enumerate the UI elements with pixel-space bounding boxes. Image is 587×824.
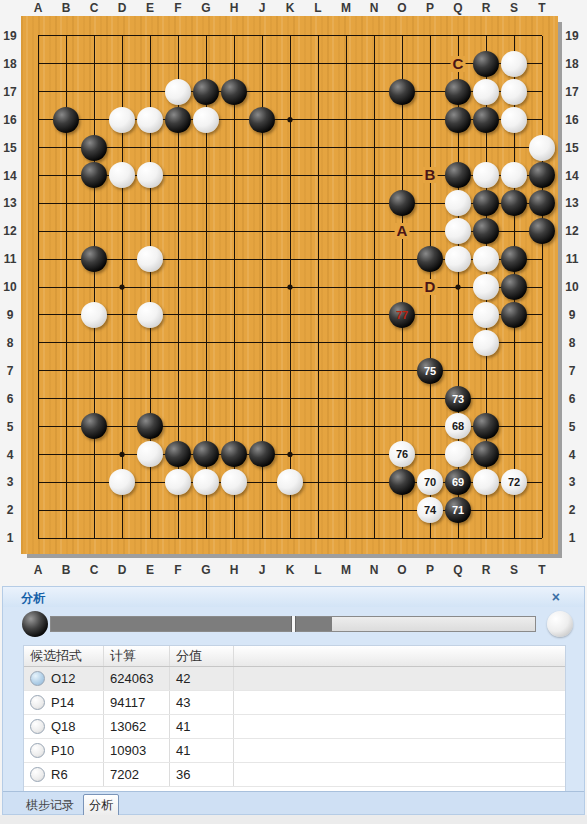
board-cell-H12[interactable]	[220, 217, 248, 245]
board-cell-R10[interactable]	[472, 273, 500, 301]
board-cell-D10[interactable]	[108, 273, 136, 301]
board-cell-O3[interactable]	[388, 468, 416, 496]
board-cell-D15[interactable]	[108, 134, 136, 162]
board-cell-S17[interactable]	[500, 78, 528, 106]
board-cell-R11[interactable]	[472, 245, 500, 273]
board-cell-Q13[interactable]	[444, 189, 472, 217]
board-cell-C3[interactable]	[80, 468, 108, 496]
board-cell-L9[interactable]	[304, 301, 332, 329]
board-cell-K13[interactable]	[276, 189, 304, 217]
board-cell-D9[interactable]	[108, 301, 136, 329]
board-cell-K18[interactable]	[276, 50, 304, 78]
board-cell-S6[interactable]	[500, 385, 528, 413]
board-cell-J15[interactable]	[248, 134, 276, 162]
board-cell-D16[interactable]	[108, 106, 136, 134]
board-cell-J11[interactable]	[248, 245, 276, 273]
board-cell-F1[interactable]	[164, 524, 192, 552]
board-cell-Q16[interactable]	[444, 106, 472, 134]
board-cell-S1[interactable]	[500, 524, 528, 552]
board-cell-S9[interactable]	[500, 301, 528, 329]
board-cell-G13[interactable]	[192, 189, 220, 217]
board-cell-C7[interactable]	[80, 357, 108, 385]
board-cell-O18[interactable]	[388, 50, 416, 78]
board-cell-M10[interactable]	[332, 273, 360, 301]
board-cell-M13[interactable]	[332, 189, 360, 217]
board-cell-S19[interactable]	[500, 22, 528, 50]
board-cell-B8[interactable]	[52, 329, 80, 357]
board-cell-C2[interactable]	[80, 496, 108, 524]
board-cell-O1[interactable]	[388, 524, 416, 552]
board-cell-G7[interactable]	[192, 357, 220, 385]
board-cell-G2[interactable]	[192, 496, 220, 524]
board-cell-A2[interactable]	[24, 496, 52, 524]
board-cell-C11[interactable]	[80, 245, 108, 273]
board-cell-R5[interactable]	[472, 412, 500, 440]
board-cell-D18[interactable]	[108, 50, 136, 78]
board-cell-H11[interactable]	[220, 245, 248, 273]
board-cell-M14[interactable]	[332, 161, 360, 189]
board-cell-G9[interactable]	[192, 301, 220, 329]
board-cell-P5[interactable]	[416, 412, 444, 440]
board-cell-F15[interactable]	[164, 134, 192, 162]
board-cell-M11[interactable]	[332, 245, 360, 273]
board-cell-G16[interactable]	[192, 106, 220, 134]
board-cell-H15[interactable]	[220, 134, 248, 162]
board-cell-B5[interactable]	[52, 412, 80, 440]
board-cell-M5[interactable]	[332, 412, 360, 440]
board-cell-N15[interactable]	[360, 134, 388, 162]
board-cell-E6[interactable]	[136, 385, 164, 413]
board-cell-N7[interactable]	[360, 357, 388, 385]
board-cell-E8[interactable]	[136, 329, 164, 357]
board-cell-T13[interactable]	[528, 189, 556, 217]
board-cell-R2[interactable]	[472, 496, 500, 524]
board-cell-Q2[interactable]: 71	[444, 496, 472, 524]
board-cell-A10[interactable]	[24, 273, 52, 301]
board-cell-M6[interactable]	[332, 385, 360, 413]
board-cell-B12[interactable]	[52, 217, 80, 245]
board-cell-A15[interactable]	[24, 134, 52, 162]
board-cell-O14[interactable]	[388, 161, 416, 189]
board-cell-S12[interactable]	[500, 217, 528, 245]
board-cell-L10[interactable]	[304, 273, 332, 301]
board-cell-E2[interactable]	[136, 496, 164, 524]
board-cell-K17[interactable]	[276, 78, 304, 106]
board-cell-J6[interactable]	[248, 385, 276, 413]
board-cell-H14[interactable]	[220, 161, 248, 189]
candidate-row-P14[interactable]: P149411743	[24, 691, 565, 715]
board-cell-G12[interactable]	[192, 217, 220, 245]
board-cell-J4[interactable]	[248, 440, 276, 468]
board-cell-M15[interactable]	[332, 134, 360, 162]
board-cell-J17[interactable]	[248, 78, 276, 106]
board-cell-K4[interactable]	[276, 440, 304, 468]
board-cell-S4[interactable]	[500, 440, 528, 468]
board-cell-N16[interactable]	[360, 106, 388, 134]
board-cell-L1[interactable]	[304, 524, 332, 552]
board-cell-D6[interactable]	[108, 385, 136, 413]
board-cell-P12[interactable]	[416, 217, 444, 245]
board-cell-E13[interactable]	[136, 189, 164, 217]
board-cell-S7[interactable]	[500, 357, 528, 385]
board-cell-O10[interactable]	[388, 273, 416, 301]
board-cell-T18[interactable]	[528, 50, 556, 78]
board-cell-L13[interactable]	[304, 189, 332, 217]
board-cell-O15[interactable]	[388, 134, 416, 162]
board-cell-Q5[interactable]: 68	[444, 412, 472, 440]
board-cell-L12[interactable]	[304, 217, 332, 245]
board-cell-R15[interactable]	[472, 134, 500, 162]
board-cell-E14[interactable]	[136, 161, 164, 189]
board-cell-G14[interactable]	[192, 161, 220, 189]
board-cell-A3[interactable]	[24, 468, 52, 496]
board-cell-A4[interactable]	[24, 440, 52, 468]
board-cell-P2[interactable]: 74	[416, 496, 444, 524]
board-cell-K1[interactable]	[276, 524, 304, 552]
board-cell-D4[interactable]	[108, 440, 136, 468]
board-cell-B2[interactable]	[52, 496, 80, 524]
board-cell-K8[interactable]	[276, 329, 304, 357]
board-cell-Q11[interactable]	[444, 245, 472, 273]
board-cell-D14[interactable]	[108, 161, 136, 189]
board-cell-N5[interactable]	[360, 412, 388, 440]
tab-analysis[interactable]: 分析	[83, 794, 119, 817]
board-cell-N12[interactable]	[360, 217, 388, 245]
board-cell-N17[interactable]	[360, 78, 388, 106]
board-cell-F9[interactable]	[164, 301, 192, 329]
board-cell-M12[interactable]	[332, 217, 360, 245]
board-cell-D5[interactable]	[108, 412, 136, 440]
candidate-row-P10[interactable]: P101090341	[24, 739, 565, 763]
board-cell-T14[interactable]	[528, 161, 556, 189]
board-cell-H1[interactable]	[220, 524, 248, 552]
board-cell-O6[interactable]	[388, 385, 416, 413]
board-cell-R19[interactable]	[472, 22, 500, 50]
board-cell-R16[interactable]	[472, 106, 500, 134]
board-cell-E4[interactable]	[136, 440, 164, 468]
board-cell-J3[interactable]	[248, 468, 276, 496]
board-cell-K9[interactable]	[276, 301, 304, 329]
board-cell-E18[interactable]	[136, 50, 164, 78]
board-cell-N10[interactable]	[360, 273, 388, 301]
board-cell-G1[interactable]	[192, 524, 220, 552]
board-cell-B9[interactable]	[52, 301, 80, 329]
board-cell-R1[interactable]	[472, 524, 500, 552]
board-cell-C8[interactable]	[80, 329, 108, 357]
board-cell-F16[interactable]	[164, 106, 192, 134]
board-cell-H9[interactable]	[220, 301, 248, 329]
candidate-row-O12[interactable]: O1262406342	[24, 667, 565, 691]
board-cell-L11[interactable]	[304, 245, 332, 273]
board-cell-P16[interactable]	[416, 106, 444, 134]
board-cell-B1[interactable]	[52, 524, 80, 552]
board-cell-H4[interactable]	[220, 440, 248, 468]
board-cell-P6[interactable]	[416, 385, 444, 413]
board-cell-F18[interactable]	[164, 50, 192, 78]
board-cell-Q3[interactable]: 69	[444, 468, 472, 496]
board-cell-A13[interactable]	[24, 189, 52, 217]
board-cell-C18[interactable]	[80, 50, 108, 78]
board-cell-P18[interactable]	[416, 50, 444, 78]
board-cell-R4[interactable]	[472, 440, 500, 468]
board-cell-L2[interactable]	[304, 496, 332, 524]
board-cell-O7[interactable]	[388, 357, 416, 385]
board-cell-G19[interactable]	[192, 22, 220, 50]
board-cell-P10[interactable]: D	[416, 273, 444, 301]
board-cell-S8[interactable]	[500, 329, 528, 357]
board-cell-B18[interactable]	[52, 50, 80, 78]
board-cell-O9[interactable]: 77	[388, 301, 416, 329]
board-cell-F8[interactable]	[164, 329, 192, 357]
board-cell-N14[interactable]	[360, 161, 388, 189]
board-cell-C12[interactable]	[80, 217, 108, 245]
board-cell-D12[interactable]	[108, 217, 136, 245]
board-cell-Q6[interactable]: 73	[444, 385, 472, 413]
board-cell-C15[interactable]	[80, 134, 108, 162]
board-cell-A9[interactable]	[24, 301, 52, 329]
column-header-3[interactable]: 分值	[170, 646, 234, 666]
board-cell-M19[interactable]	[332, 22, 360, 50]
board-cell-H13[interactable]	[220, 189, 248, 217]
board-cell-B10[interactable]	[52, 273, 80, 301]
board-cell-J18[interactable]	[248, 50, 276, 78]
board-cell-Q17[interactable]	[444, 78, 472, 106]
board-cell-M2[interactable]	[332, 496, 360, 524]
board-cell-T6[interactable]	[528, 385, 556, 413]
board-cell-N11[interactable]	[360, 245, 388, 273]
board-cell-J1[interactable]	[248, 524, 276, 552]
board-cell-A6[interactable]	[24, 385, 52, 413]
board-cell-P14[interactable]: B	[416, 161, 444, 189]
board-cell-N3[interactable]	[360, 468, 388, 496]
board-cell-K11[interactable]	[276, 245, 304, 273]
board-cell-G6[interactable]	[192, 385, 220, 413]
board-cell-P11[interactable]	[416, 245, 444, 273]
board-cell-L3[interactable]	[304, 468, 332, 496]
board-cell-O5[interactable]	[388, 412, 416, 440]
board-cell-H18[interactable]	[220, 50, 248, 78]
board-cell-B6[interactable]	[52, 385, 80, 413]
board-cell-T3[interactable]	[528, 468, 556, 496]
board-cell-C13[interactable]	[80, 189, 108, 217]
tab-move-record[interactable]: 棋步记录	[21, 795, 79, 816]
board-cell-L19[interactable]	[304, 22, 332, 50]
board-cell-B3[interactable]	[52, 468, 80, 496]
board-cell-L8[interactable]	[304, 329, 332, 357]
board-cell-F10[interactable]	[164, 273, 192, 301]
board-cell-H8[interactable]	[220, 329, 248, 357]
board-cell-E17[interactable]	[136, 78, 164, 106]
board-cell-T16[interactable]	[528, 106, 556, 134]
board-cell-D7[interactable]	[108, 357, 136, 385]
board-cell-Q18[interactable]: C	[444, 50, 472, 78]
board-cell-B14[interactable]	[52, 161, 80, 189]
board-cell-E16[interactable]	[136, 106, 164, 134]
board-cell-B17[interactable]	[52, 78, 80, 106]
board-cell-D13[interactable]	[108, 189, 136, 217]
board-cell-C10[interactable]	[80, 273, 108, 301]
board-cell-D8[interactable]	[108, 329, 136, 357]
board-cell-M8[interactable]	[332, 329, 360, 357]
board-cell-H3[interactable]	[220, 468, 248, 496]
board-cell-R9[interactable]	[472, 301, 500, 329]
board-cell-T9[interactable]	[528, 301, 556, 329]
board-cell-T12[interactable]	[528, 217, 556, 245]
board-cell-O11[interactable]	[388, 245, 416, 273]
board-cell-A1[interactable]	[24, 524, 52, 552]
board-cell-E12[interactable]	[136, 217, 164, 245]
board-cell-C5[interactable]	[80, 412, 108, 440]
board-cell-H7[interactable]	[220, 357, 248, 385]
board-cell-L15[interactable]	[304, 134, 332, 162]
board-cell-R12[interactable]	[472, 217, 500, 245]
board-cell-F4[interactable]	[164, 440, 192, 468]
board-cell-F13[interactable]	[164, 189, 192, 217]
board-cell-G17[interactable]	[192, 78, 220, 106]
board-cell-T17[interactable]	[528, 78, 556, 106]
board-cell-L4[interactable]	[304, 440, 332, 468]
board-cell-O2[interactable]	[388, 496, 416, 524]
board-cell-H19[interactable]	[220, 22, 248, 50]
board-cell-A7[interactable]	[24, 357, 52, 385]
board-cell-S5[interactable]	[500, 412, 528, 440]
board-cell-J14[interactable]	[248, 161, 276, 189]
board-cell-S10[interactable]	[500, 273, 528, 301]
board-cell-N19[interactable]	[360, 22, 388, 50]
board-cell-C9[interactable]	[80, 301, 108, 329]
board-cell-A12[interactable]	[24, 217, 52, 245]
board-cell-B16[interactable]	[52, 106, 80, 134]
board-cell-K15[interactable]	[276, 134, 304, 162]
board-cell-Q8[interactable]	[444, 329, 472, 357]
board-cell-G11[interactable]	[192, 245, 220, 273]
board-cell-E15[interactable]	[136, 134, 164, 162]
board-cell-M16[interactable]	[332, 106, 360, 134]
board-cell-E5[interactable]	[136, 412, 164, 440]
board-cell-B19[interactable]	[52, 22, 80, 50]
board-cell-E11[interactable]	[136, 245, 164, 273]
board-cell-O13[interactable]	[388, 189, 416, 217]
board-cell-B11[interactable]	[52, 245, 80, 273]
board-cell-N1[interactable]	[360, 524, 388, 552]
board-cell-C4[interactable]	[80, 440, 108, 468]
board-cell-E3[interactable]	[136, 468, 164, 496]
board-cell-J8[interactable]	[248, 329, 276, 357]
board-cell-F12[interactable]	[164, 217, 192, 245]
board-cell-G15[interactable]	[192, 134, 220, 162]
board-cell-D2[interactable]	[108, 496, 136, 524]
board-cell-P15[interactable]	[416, 134, 444, 162]
board-cell-R3[interactable]	[472, 468, 500, 496]
board-cell-O4[interactable]: 76	[388, 440, 416, 468]
board-cell-P4[interactable]	[416, 440, 444, 468]
board-cell-S11[interactable]	[500, 245, 528, 273]
board-cell-N2[interactable]	[360, 496, 388, 524]
board-cell-H10[interactable]	[220, 273, 248, 301]
board-cell-S13[interactable]	[500, 189, 528, 217]
board-cell-D19[interactable]	[108, 22, 136, 50]
column-header-1[interactable]: 候选招式	[24, 646, 104, 666]
board-cell-N4[interactable]	[360, 440, 388, 468]
board-cell-B15[interactable]	[52, 134, 80, 162]
board-cell-A16[interactable]	[24, 106, 52, 134]
board-cell-G3[interactable]	[192, 468, 220, 496]
board-cell-K5[interactable]	[276, 412, 304, 440]
board-cell-E9[interactable]	[136, 301, 164, 329]
board-cell-J5[interactable]	[248, 412, 276, 440]
board-cell-M18[interactable]	[332, 50, 360, 78]
board-cell-T2[interactable]	[528, 496, 556, 524]
board-cell-D17[interactable]	[108, 78, 136, 106]
board-cell-N8[interactable]	[360, 329, 388, 357]
board-cell-T4[interactable]	[528, 440, 556, 468]
board-cell-G4[interactable]	[192, 440, 220, 468]
board-cell-S15[interactable]	[500, 134, 528, 162]
board-cell-K3[interactable]	[276, 468, 304, 496]
board-cell-O19[interactable]	[388, 22, 416, 50]
board-cell-P9[interactable]	[416, 301, 444, 329]
board-cell-T7[interactable]	[528, 357, 556, 385]
board-cell-S14[interactable]	[500, 161, 528, 189]
board-cell-P13[interactable]	[416, 189, 444, 217]
board-cell-N9[interactable]	[360, 301, 388, 329]
board-cell-C6[interactable]	[80, 385, 108, 413]
board-cell-O8[interactable]	[388, 329, 416, 357]
board-cell-L14[interactable]	[304, 161, 332, 189]
board-cell-N18[interactable]	[360, 50, 388, 78]
board-cell-G5[interactable]	[192, 412, 220, 440]
board-cell-R18[interactable]	[472, 50, 500, 78]
board-cell-F3[interactable]	[164, 468, 192, 496]
board-cell-K10[interactable]	[276, 273, 304, 301]
board-cell-F5[interactable]	[164, 412, 192, 440]
board-cell-N13[interactable]	[360, 189, 388, 217]
board-cell-O12[interactable]: A	[388, 217, 416, 245]
board-cell-P8[interactable]	[416, 329, 444, 357]
board-cell-P17[interactable]	[416, 78, 444, 106]
board-cell-J10[interactable]	[248, 273, 276, 301]
board-cell-M1[interactable]	[332, 524, 360, 552]
board-cell-J7[interactable]	[248, 357, 276, 385]
board-cell-C16[interactable]	[80, 106, 108, 134]
board-cell-E10[interactable]	[136, 273, 164, 301]
board-cell-T11[interactable]	[528, 245, 556, 273]
board-cell-J19[interactable]	[248, 22, 276, 50]
board-cell-K6[interactable]	[276, 385, 304, 413]
board-cell-B13[interactable]	[52, 189, 80, 217]
board-cell-J9[interactable]	[248, 301, 276, 329]
board-cell-Q19[interactable]	[444, 22, 472, 50]
board-cell-R8[interactable]	[472, 329, 500, 357]
board-cell-M17[interactable]	[332, 78, 360, 106]
board-cell-P7[interactable]: 75	[416, 357, 444, 385]
board-cell-Q10[interactable]	[444, 273, 472, 301]
board-cell-L7[interactable]	[304, 357, 332, 385]
board-cell-T8[interactable]	[528, 329, 556, 357]
board-cell-T15[interactable]	[528, 134, 556, 162]
board-cell-K7[interactable]	[276, 357, 304, 385]
board-cell-Q9[interactable]	[444, 301, 472, 329]
board-cell-O16[interactable]	[388, 106, 416, 134]
board-cell-K14[interactable]	[276, 161, 304, 189]
board-cell-S3[interactable]: 72	[500, 468, 528, 496]
board-cell-R14[interactable]	[472, 161, 500, 189]
board-cell-R17[interactable]	[472, 78, 500, 106]
board-cell-A19[interactable]	[24, 22, 52, 50]
board-cell-K16[interactable]	[276, 106, 304, 134]
board-cell-G18[interactable]	[192, 50, 220, 78]
board-cell-Q1[interactable]	[444, 524, 472, 552]
